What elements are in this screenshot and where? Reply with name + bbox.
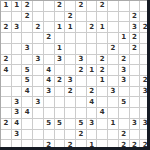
clue-cell[interactable]: 2 bbox=[130, 33, 140, 43]
empty-cell[interactable] bbox=[119, 119, 129, 129]
empty-cell[interactable] bbox=[65, 108, 75, 118]
clue-cell[interactable]: 2 bbox=[76, 1, 86, 11]
empty-cell[interactable] bbox=[44, 55, 54, 65]
clue-cell[interactable]: 4 bbox=[87, 97, 97, 107]
clue-cell[interactable]: 1 bbox=[87, 65, 97, 75]
empty-cell[interactable] bbox=[44, 22, 54, 32]
empty-cell[interactable] bbox=[1, 12, 11, 22]
empty-cell[interactable] bbox=[44, 108, 54, 118]
empty-cell[interactable] bbox=[65, 1, 75, 11]
clue-cell[interactable]: 3 bbox=[130, 22, 140, 32]
empty-cell[interactable] bbox=[97, 44, 107, 54]
clue-cell[interactable]: 3 bbox=[12, 130, 22, 140]
empty-cell[interactable] bbox=[130, 55, 140, 65]
clue-cell[interactable]: 5 bbox=[55, 119, 65, 129]
empty-cell[interactable] bbox=[33, 33, 43, 43]
empty-cell[interactable] bbox=[130, 1, 140, 11]
empty-cell[interactable] bbox=[12, 12, 22, 22]
clue-cell[interactable]: 2 bbox=[55, 1, 65, 11]
empty-cell[interactable] bbox=[33, 119, 43, 129]
empty-cell[interactable] bbox=[108, 130, 118, 140]
bottom-edge-shadow bbox=[0, 147, 150, 150]
empty-cell[interactable] bbox=[33, 12, 43, 22]
empty-cell[interactable] bbox=[65, 97, 75, 107]
empty-cell[interactable] bbox=[44, 44, 54, 54]
empty-cell[interactable] bbox=[76, 76, 86, 86]
empty-cell[interactable] bbox=[22, 33, 32, 43]
clue-cell[interactable]: 2 bbox=[97, 55, 107, 65]
empty-cell[interactable] bbox=[33, 65, 43, 75]
empty-cell[interactable] bbox=[97, 97, 107, 107]
empty-cell[interactable] bbox=[76, 44, 86, 54]
clue-cell[interactable]: 2 bbox=[55, 76, 65, 86]
clue-cell[interactable]: 2 bbox=[87, 22, 97, 32]
empty-cell[interactable] bbox=[87, 130, 97, 140]
empty-cell[interactable] bbox=[33, 1, 43, 11]
clue-cell[interactable]: 2 bbox=[1, 119, 11, 129]
empty-cell[interactable] bbox=[130, 65, 140, 75]
empty-cell[interactable] bbox=[108, 33, 118, 43]
empty-cell[interactable] bbox=[12, 44, 22, 54]
empty-cell[interactable] bbox=[65, 55, 75, 65]
clue-cell[interactable]: 4 bbox=[1, 65, 11, 75]
empty-cell[interactable] bbox=[1, 76, 11, 86]
empty-cell[interactable] bbox=[119, 44, 129, 54]
empty-cell[interactable] bbox=[55, 130, 65, 140]
empty-cell[interactable] bbox=[55, 65, 65, 75]
clue-cell[interactable]: 1 bbox=[1, 1, 11, 11]
empty-cell[interactable] bbox=[44, 130, 54, 140]
empty-cell[interactable] bbox=[22, 55, 32, 65]
clue-cell[interactable]: 1 bbox=[55, 44, 65, 54]
clue-cell[interactable]: 1 bbox=[97, 76, 107, 86]
empty-cell[interactable] bbox=[22, 119, 32, 129]
empty-cell[interactable] bbox=[65, 119, 75, 129]
empty-cell[interactable] bbox=[65, 44, 75, 54]
empty-cell[interactable] bbox=[130, 108, 140, 118]
empty-cell[interactable] bbox=[65, 65, 75, 75]
empty-cell[interactable] bbox=[33, 76, 43, 86]
clue-cell[interactable]: 2 bbox=[22, 12, 32, 22]
empty-cell[interactable] bbox=[12, 65, 22, 75]
empty-cell[interactable] bbox=[87, 33, 97, 43]
clue-cell[interactable]: 2 bbox=[44, 33, 54, 43]
empty-cell[interactable] bbox=[1, 130, 11, 140]
clue-cell[interactable]: 3 bbox=[33, 55, 43, 65]
empty-cell[interactable] bbox=[108, 76, 118, 86]
empty-cell[interactable] bbox=[12, 55, 22, 65]
empty-cell[interactable] bbox=[119, 22, 129, 32]
clue-cell[interactable]: 2 bbox=[22, 1, 32, 11]
clue-cell[interactable]: 1 bbox=[55, 22, 65, 32]
clue-cell[interactable]: 5 bbox=[22, 65, 32, 75]
clue-cell[interactable]: 3 bbox=[119, 65, 129, 75]
clue-cell[interactable]: 3 bbox=[12, 22, 22, 32]
clue-cell[interactable]: 3 bbox=[130, 119, 140, 129]
empty-cell[interactable] bbox=[44, 12, 54, 22]
clue-cell[interactable]: 3 bbox=[12, 97, 22, 107]
empty-cell[interactable] bbox=[130, 97, 140, 107]
clue-cell[interactable]: 3 bbox=[12, 108, 22, 118]
clue-cell[interactable]: 2 bbox=[76, 130, 86, 140]
empty-cell[interactable] bbox=[22, 22, 32, 32]
clue-cell[interactable]: 4 bbox=[44, 65, 54, 75]
clue-cell[interactable]: 2 bbox=[76, 65, 86, 75]
empty-cell[interactable] bbox=[87, 55, 97, 65]
empty-cell[interactable] bbox=[33, 108, 43, 118]
empty-cell[interactable] bbox=[1, 87, 11, 97]
empty-cell[interactable] bbox=[119, 1, 129, 11]
empty-cell[interactable] bbox=[130, 130, 140, 140]
empty-cell[interactable] bbox=[33, 87, 43, 97]
empty-cell[interactable] bbox=[33, 130, 43, 140]
clue-cell[interactable]: 1 bbox=[119, 33, 129, 43]
empty-cell[interactable] bbox=[76, 12, 86, 22]
empty-cell[interactable] bbox=[97, 12, 107, 22]
empty-cell[interactable] bbox=[55, 108, 65, 118]
clue-cell[interactable]: 4 bbox=[97, 108, 107, 118]
clue-cell[interactable]: 4 bbox=[12, 119, 22, 129]
empty-cell[interactable] bbox=[76, 108, 86, 118]
empty-cell[interactable] bbox=[76, 33, 86, 43]
clue-cell[interactable]: 2 bbox=[119, 130, 129, 140]
clue-cell[interactable]: 3 bbox=[76, 55, 86, 65]
empty-cell[interactable] bbox=[97, 119, 107, 129]
clue-cell[interactable]: 5 bbox=[22, 76, 32, 86]
empty-cell[interactable] bbox=[44, 1, 54, 11]
empty-cell[interactable] bbox=[1, 33, 11, 43]
clue-cell[interactable]: 2 bbox=[65, 87, 75, 97]
clue-cell[interactable]: 3 bbox=[33, 97, 43, 107]
clue-cell[interactable]: 1 bbox=[65, 22, 75, 32]
right-edge-shadow bbox=[147, 0, 150, 150]
empty-cell[interactable] bbox=[87, 1, 97, 11]
clue-cell[interactable]: 4 bbox=[22, 108, 32, 118]
clue-cell[interactable]: 1 bbox=[108, 119, 118, 129]
empty-cell[interactable] bbox=[55, 87, 65, 97]
empty-cell[interactable] bbox=[1, 97, 11, 107]
clue-cell[interactable]: 5 bbox=[119, 97, 129, 107]
clue-cell[interactable]: 2 bbox=[119, 55, 129, 65]
empty-cell[interactable] bbox=[119, 108, 129, 118]
empty-cell[interactable] bbox=[22, 97, 32, 107]
empty-cell[interactable] bbox=[87, 12, 97, 22]
clue-cell[interactable]: 3 bbox=[108, 87, 118, 97]
clue-cell[interactable]: 2 bbox=[97, 1, 107, 11]
empty-cell[interactable] bbox=[119, 87, 129, 97]
empty-cell[interactable] bbox=[65, 33, 75, 43]
empty-cell[interactable] bbox=[108, 108, 118, 118]
empty-cell[interactable] bbox=[76, 97, 86, 107]
empty-cell[interactable] bbox=[108, 65, 118, 75]
clue-cell[interactable]: 2 bbox=[1, 22, 11, 32]
clue-cell[interactable]: 3 bbox=[119, 76, 129, 86]
empty-cell[interactable] bbox=[119, 12, 129, 22]
empty-cell[interactable] bbox=[87, 44, 97, 54]
puzzle-board: 1122222222321121322123122233322454212354… bbox=[0, 0, 150, 150]
empty-cell[interactable] bbox=[55, 12, 65, 22]
empty-cell[interactable] bbox=[97, 130, 107, 140]
empty-cell[interactable] bbox=[65, 130, 75, 140]
clue-cell[interactable]: 2 bbox=[1, 55, 11, 65]
empty-cell[interactable] bbox=[76, 22, 86, 32]
clue-cell[interactable]: 3 bbox=[44, 87, 54, 97]
empty-cell[interactable] bbox=[97, 33, 107, 43]
empty-cell[interactable] bbox=[108, 97, 118, 107]
clue-cell[interactable]: 3 bbox=[87, 119, 97, 129]
empty-cell[interactable] bbox=[108, 12, 118, 22]
empty-cell[interactable] bbox=[87, 108, 97, 118]
clue-cell[interactable]: 3 bbox=[55, 55, 65, 65]
clue-cell[interactable]: 2 bbox=[130, 44, 140, 54]
empty-cell[interactable] bbox=[12, 33, 22, 43]
empty-cell[interactable] bbox=[76, 87, 86, 97]
clue-cell[interactable]: 5 bbox=[44, 119, 54, 129]
empty-cell[interactable] bbox=[44, 97, 54, 107]
empty-cell[interactable] bbox=[108, 55, 118, 65]
empty-cell[interactable] bbox=[1, 108, 11, 118]
puzzle-area: 1122222222321121322123122233322454212354… bbox=[0, 0, 150, 150]
empty-cell[interactable] bbox=[33, 44, 43, 54]
clue-cell[interactable]: 2 bbox=[97, 65, 107, 75]
empty-cell[interactable] bbox=[130, 87, 140, 97]
clue-cell[interactable]: 5 bbox=[76, 119, 86, 129]
clue-cell[interactable]: 2 bbox=[65, 12, 75, 22]
clue-cell[interactable]: 2 bbox=[108, 44, 118, 54]
clue-cell[interactable]: 2 bbox=[33, 22, 43, 32]
clue-cell[interactable]: 3 bbox=[22, 44, 32, 54]
clue-cell[interactable]: 4 bbox=[22, 87, 32, 97]
clue-cell[interactable]: 4 bbox=[44, 76, 54, 86]
empty-cell[interactable] bbox=[55, 97, 65, 107]
empty-cell[interactable] bbox=[22, 130, 32, 140]
empty-cell[interactable] bbox=[97, 87, 107, 97]
empty-cell[interactable] bbox=[12, 76, 22, 86]
empty-cell[interactable] bbox=[1, 44, 11, 54]
empty-cell[interactable] bbox=[55, 33, 65, 43]
empty-cell[interactable] bbox=[108, 1, 118, 11]
clue-cell[interactable]: 2 bbox=[87, 87, 97, 97]
empty-cell[interactable] bbox=[108, 22, 118, 32]
clue-cell[interactable]: 1 bbox=[12, 1, 22, 11]
empty-cell[interactable] bbox=[130, 76, 140, 86]
empty-cell[interactable] bbox=[87, 76, 97, 86]
clue-cell[interactable]: 1 bbox=[97, 22, 107, 32]
clue-cell[interactable]: 2 bbox=[130, 12, 140, 22]
empty-cell[interactable] bbox=[12, 87, 22, 97]
clue-cell[interactable]: 3 bbox=[65, 76, 75, 86]
